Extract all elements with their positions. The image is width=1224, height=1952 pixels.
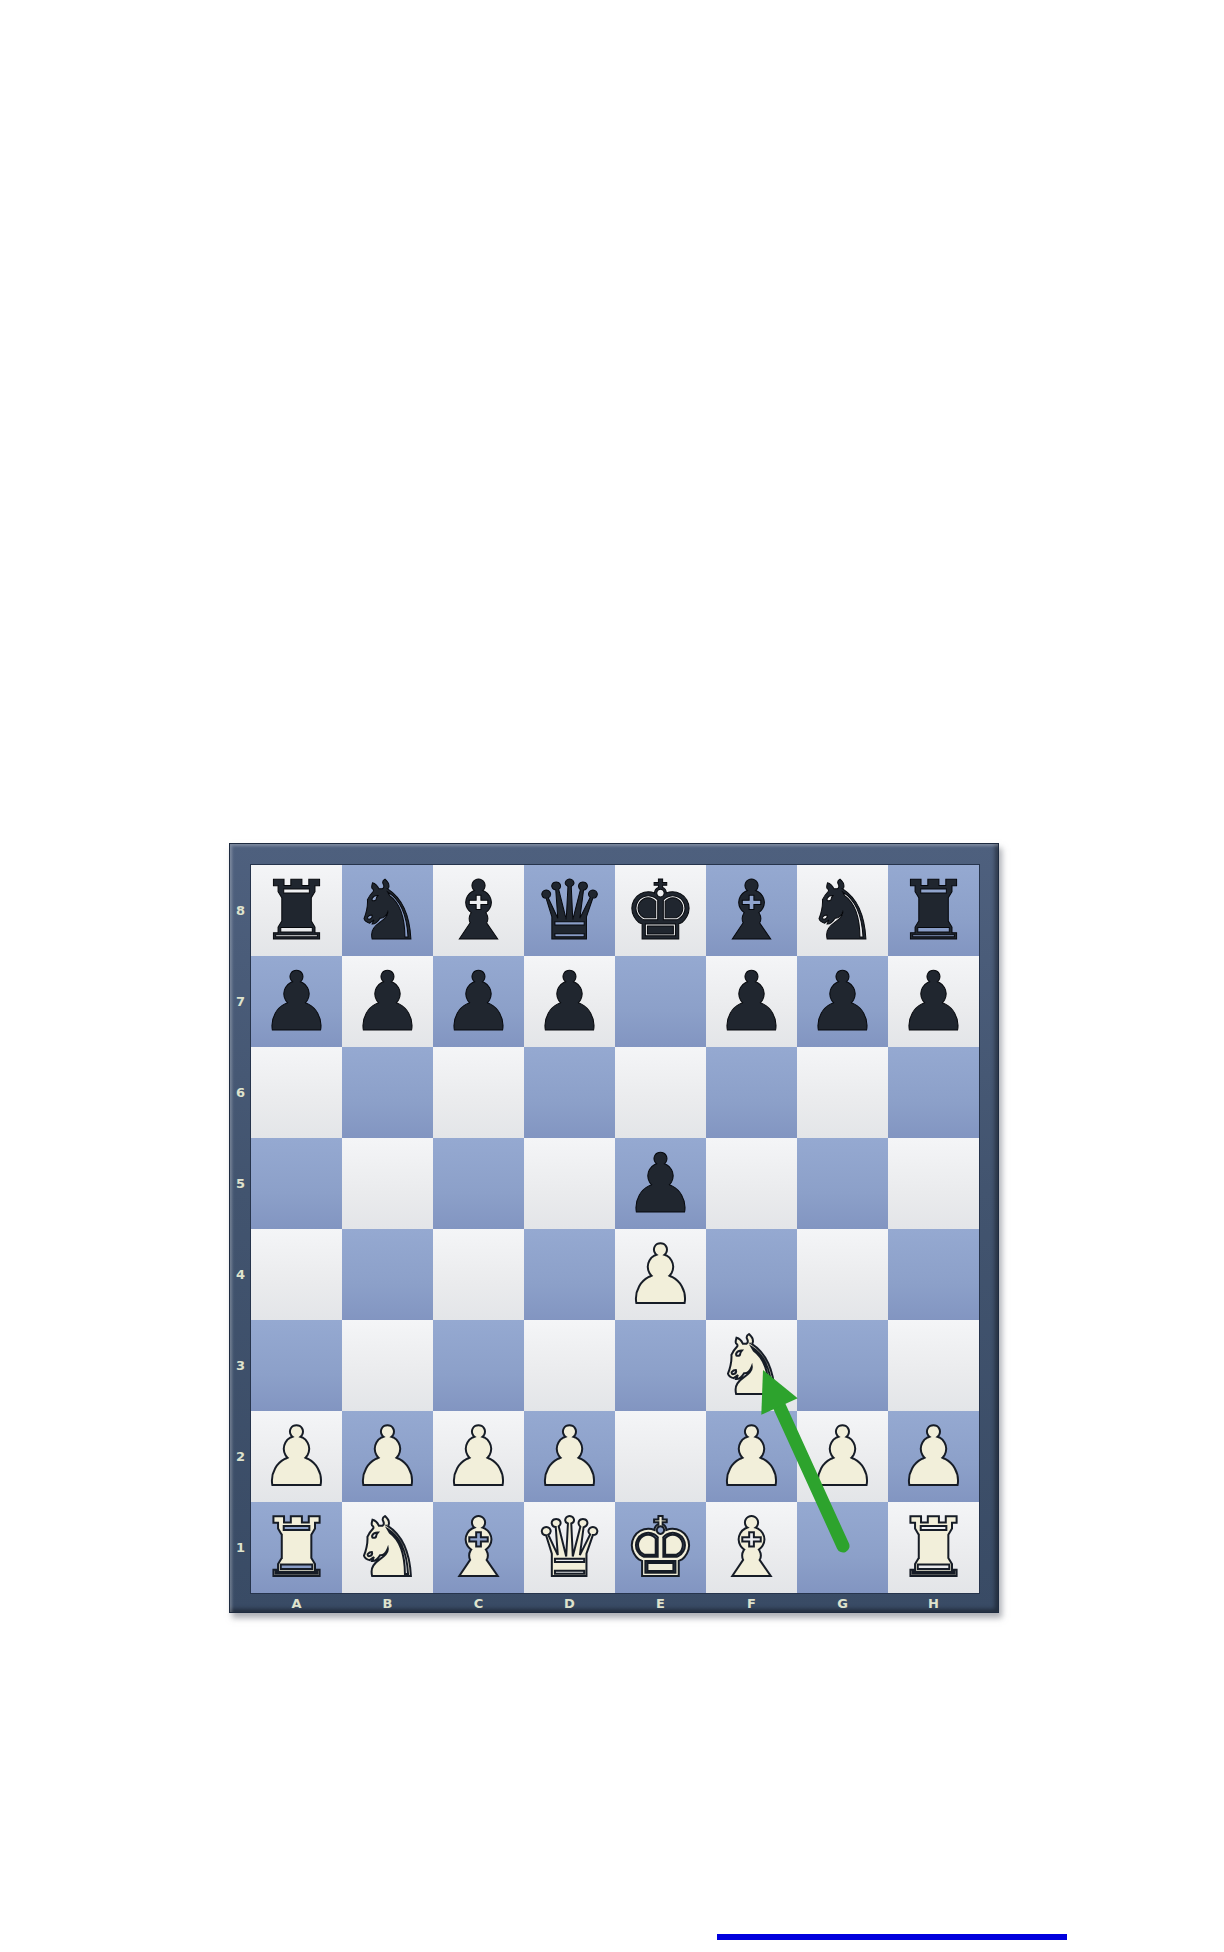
square-g7[interactable]: ♟ [797, 956, 888, 1047]
square-h6[interactable] [888, 1047, 979, 1138]
square-d1[interactable]: ♛ [524, 1502, 615, 1593]
rank-label-7: 7 [230, 956, 251, 1047]
piece-black-pawn-e5[interactable]: ♟ [615, 1138, 706, 1229]
rank-label-8: 8 [230, 865, 251, 956]
square-g5[interactable] [797, 1138, 888, 1229]
square-a8[interactable]: ♜ [251, 865, 342, 956]
square-c7[interactable]: ♟ [433, 956, 524, 1047]
square-d7[interactable]: ♟ [524, 956, 615, 1047]
piece-black-bishop-c8[interactable]: ♝ [433, 865, 524, 956]
square-e7[interactable] [615, 956, 706, 1047]
square-g8[interactable]: ♞ [797, 865, 888, 956]
square-a3[interactable] [251, 1320, 342, 1411]
file-label-c: C [433, 1593, 524, 1614]
square-e4[interactable]: ♟ [615, 1229, 706, 1320]
square-e1[interactable]: ♚ [615, 1502, 706, 1593]
square-a6[interactable] [251, 1047, 342, 1138]
square-d5[interactable] [524, 1138, 615, 1229]
square-e8[interactable]: ♚ [615, 865, 706, 956]
file-label-a: A [251, 1593, 342, 1614]
piece-black-pawn-b7[interactable]: ♟ [342, 956, 433, 1047]
square-c3[interactable] [433, 1320, 524, 1411]
file-label-b: B [342, 1593, 433, 1614]
square-a4[interactable] [251, 1229, 342, 1320]
piece-black-pawn-c7[interactable]: ♟ [433, 956, 524, 1047]
square-f2[interactable]: ♟ [706, 1411, 797, 1502]
file-label-h: H [888, 1593, 979, 1614]
piece-white-pawn-d2[interactable]: ♟ [524, 1411, 615, 1502]
square-g1[interactable] [797, 1502, 888, 1593]
piece-black-pawn-a7[interactable]: ♟ [251, 956, 342, 1047]
square-g4[interactable] [797, 1229, 888, 1320]
piece-black-queen-d8[interactable]: ♛ [524, 865, 615, 956]
square-b8[interactable]: ♞ [342, 865, 433, 956]
piece-black-pawn-d7[interactable]: ♟ [524, 956, 615, 1047]
square-d4[interactable] [524, 1229, 615, 1320]
square-b1[interactable]: ♞ [342, 1502, 433, 1593]
square-b7[interactable]: ♟ [342, 956, 433, 1047]
chess-board-frame: ♜♞♝♛♚♝♞♜♟♟♟♟♟♟♟♟♟♞♟♟♟♟♟♟♟♜♞♝♛♚♝♜ 8765432… [229, 843, 999, 1613]
chess-board: ♜♞♝♛♚♝♞♜♟♟♟♟♟♟♟♟♟♞♟♟♟♟♟♟♟♜♞♝♛♚♝♜ [251, 865, 979, 1593]
rank-label-2: 2 [230, 1411, 251, 1502]
piece-white-bishop-c1[interactable]: ♝ [433, 1502, 524, 1593]
piece-black-pawn-h7[interactable]: ♟ [888, 956, 979, 1047]
piece-white-pawn-g2[interactable]: ♟ [797, 1411, 888, 1502]
square-f1[interactable]: ♝ [706, 1502, 797, 1593]
piece-black-pawn-g7[interactable]: ♟ [797, 956, 888, 1047]
piece-black-rook-h8[interactable]: ♜ [888, 865, 979, 956]
file-label-d: D [524, 1593, 615, 1614]
piece-black-king-e8[interactable]: ♚ [615, 865, 706, 956]
square-b4[interactable] [342, 1229, 433, 1320]
square-f3[interactable]: ♞ [706, 1320, 797, 1411]
square-f5[interactable] [706, 1138, 797, 1229]
piece-white-rook-a1[interactable]: ♜ [251, 1502, 342, 1593]
piece-white-pawn-c2[interactable]: ♟ [433, 1411, 524, 1502]
piece-white-knight-f3[interactable]: ♞ [706, 1320, 797, 1411]
piece-white-pawn-f2[interactable]: ♟ [706, 1411, 797, 1502]
square-b2[interactable]: ♟ [342, 1411, 433, 1502]
piece-black-bishop-f8[interactable]: ♝ [706, 865, 797, 956]
square-a2[interactable]: ♟ [251, 1411, 342, 1502]
piece-white-rook-h1[interactable]: ♜ [888, 1502, 979, 1593]
piece-black-rook-a8[interactable]: ♜ [251, 865, 342, 956]
square-c8[interactable]: ♝ [433, 865, 524, 956]
piece-white-knight-b1[interactable]: ♞ [342, 1502, 433, 1593]
square-a7[interactable]: ♟ [251, 956, 342, 1047]
square-d3[interactable] [524, 1320, 615, 1411]
square-a1[interactable]: ♜ [251, 1502, 342, 1593]
piece-black-pawn-f7[interactable]: ♟ [706, 956, 797, 1047]
piece-white-pawn-b2[interactable]: ♟ [342, 1411, 433, 1502]
square-c1[interactable]: ♝ [433, 1502, 524, 1593]
piece-white-queen-d1[interactable]: ♛ [524, 1502, 615, 1593]
square-c2[interactable]: ♟ [433, 1411, 524, 1502]
square-f7[interactable]: ♟ [706, 956, 797, 1047]
square-f4[interactable] [706, 1229, 797, 1320]
file-label-g: G [797, 1593, 888, 1614]
rank-label-1: 1 [230, 1502, 251, 1593]
square-e5[interactable]: ♟ [615, 1138, 706, 1229]
square-h5[interactable] [888, 1138, 979, 1229]
square-c4[interactable] [433, 1229, 524, 1320]
square-h4[interactable] [888, 1229, 979, 1320]
square-d8[interactable]: ♛ [524, 865, 615, 956]
square-g2[interactable]: ♟ [797, 1411, 888, 1502]
square-h7[interactable]: ♟ [888, 956, 979, 1047]
piece-white-pawn-h2[interactable]: ♟ [888, 1411, 979, 1502]
square-d2[interactable]: ♟ [524, 1411, 615, 1502]
square-g6[interactable] [797, 1047, 888, 1138]
piece-white-pawn-a2[interactable]: ♟ [251, 1411, 342, 1502]
rank-label-3: 3 [230, 1320, 251, 1411]
square-h3[interactable] [888, 1320, 979, 1411]
piece-white-bishop-f1[interactable]: ♝ [706, 1502, 797, 1593]
square-e6[interactable] [615, 1047, 706, 1138]
rank-label-5: 5 [230, 1138, 251, 1229]
square-c6[interactable] [433, 1047, 524, 1138]
square-g3[interactable] [797, 1320, 888, 1411]
square-c5[interactable] [433, 1138, 524, 1229]
square-d6[interactable] [524, 1047, 615, 1138]
square-e2[interactable] [615, 1411, 706, 1502]
piece-white-king-e1[interactable]: ♚ [615, 1502, 706, 1593]
piece-black-knight-g8[interactable]: ♞ [797, 865, 888, 956]
square-b6[interactable] [342, 1047, 433, 1138]
square-b3[interactable] [342, 1320, 433, 1411]
footer-divider-line [717, 1934, 1067, 1940]
square-f6[interactable] [706, 1047, 797, 1138]
file-label-e: E [615, 1593, 706, 1614]
square-a5[interactable] [251, 1138, 342, 1229]
file-label-f: F [706, 1593, 797, 1614]
piece-white-pawn-e4[interactable]: ♟ [615, 1229, 706, 1320]
square-e3[interactable] [615, 1320, 706, 1411]
rank-label-4: 4 [230, 1229, 251, 1320]
square-f8[interactable]: ♝ [706, 865, 797, 956]
piece-black-knight-b8[interactable]: ♞ [342, 865, 433, 956]
square-h2[interactable]: ♟ [888, 1411, 979, 1502]
square-b5[interactable] [342, 1138, 433, 1229]
square-h8[interactable]: ♜ [888, 865, 979, 956]
rank-label-6: 6 [230, 1047, 251, 1138]
square-h1[interactable]: ♜ [888, 1502, 979, 1593]
